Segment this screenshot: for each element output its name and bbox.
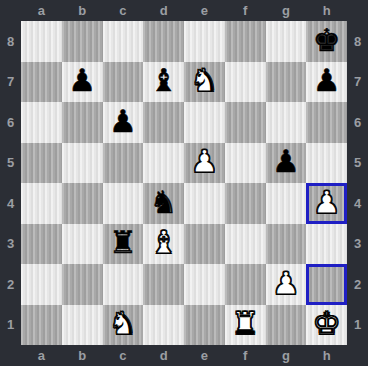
white-rook[interactable]: ♜	[231, 308, 259, 339]
rank-label-3: 3	[0, 224, 21, 265]
square-e4[interactable]	[184, 183, 225, 224]
square-f1[interactable]: ♜	[225, 305, 266, 346]
square-e3[interactable]	[184, 224, 225, 265]
file-labels-bottom: abcdefgh	[21, 345, 347, 366]
square-c3[interactable]: ♜	[103, 224, 144, 265]
black-knight[interactable]: ♞	[150, 187, 178, 218]
square-a2[interactable]	[21, 264, 62, 305]
square-f6[interactable]	[225, 102, 266, 143]
black-pawn[interactable]: ♟	[68, 65, 96, 96]
square-e1[interactable]	[184, 305, 225, 346]
file-labels-top: abcdefgh	[21, 0, 347, 21]
square-h2[interactable]	[306, 264, 347, 305]
square-c4[interactable]	[103, 183, 144, 224]
square-g3[interactable]	[266, 224, 307, 265]
rank-label-2: 2	[0, 264, 21, 305]
square-g6[interactable]	[266, 102, 307, 143]
file-label-c: c	[103, 345, 144, 366]
black-pawn[interactable]: ♟	[313, 65, 341, 96]
square-h8[interactable]: ♚	[306, 21, 347, 62]
rank-label-5: 5	[0, 143, 21, 184]
square-h3[interactable]	[306, 224, 347, 265]
white-pawn[interactable]: ♟	[190, 146, 218, 177]
square-b7[interactable]: ♟	[62, 62, 103, 103]
square-c1[interactable]: ♞	[103, 305, 144, 346]
white-bishop[interactable]: ♝	[150, 227, 178, 258]
rank-label-6: 6	[347, 102, 368, 143]
square-e6[interactable]	[184, 102, 225, 143]
file-label-f: f	[225, 0, 266, 21]
square-a3[interactable]	[21, 224, 62, 265]
rank-label-7: 7	[347, 62, 368, 103]
square-f5[interactable]	[225, 143, 266, 184]
square-d4[interactable]: ♞	[143, 183, 184, 224]
rank-label-3: 3	[347, 224, 368, 265]
square-c7[interactable]	[103, 62, 144, 103]
rank-labels-left: 87654321	[0, 21, 21, 345]
white-pawn[interactable]: ♟	[272, 268, 300, 299]
square-g4[interactable]	[266, 183, 307, 224]
square-f7[interactable]	[225, 62, 266, 103]
rank-label-1: 1	[347, 305, 368, 346]
file-label-e: e	[184, 345, 225, 366]
rank-label-5: 5	[347, 143, 368, 184]
square-e5[interactable]: ♟	[184, 143, 225, 184]
square-d3[interactable]: ♝	[143, 224, 184, 265]
square-g7[interactable]	[266, 62, 307, 103]
square-d7[interactable]: ♝	[143, 62, 184, 103]
white-pawn[interactable]: ♟	[313, 187, 341, 218]
file-label-f: f	[225, 345, 266, 366]
square-a8[interactable]	[21, 21, 62, 62]
square-g5[interactable]: ♟	[266, 143, 307, 184]
square-g8[interactable]	[266, 21, 307, 62]
file-label-d: d	[143, 0, 184, 21]
white-king[interactable]: ♚	[313, 308, 341, 339]
file-label-g: g	[266, 0, 307, 21]
file-label-b: b	[62, 345, 103, 366]
square-c5[interactable]	[103, 143, 144, 184]
black-king[interactable]: ♚	[313, 25, 341, 56]
rank-label-2: 2	[347, 264, 368, 305]
square-f8[interactable]	[225, 21, 266, 62]
square-b2[interactable]	[62, 264, 103, 305]
file-label-e: e	[184, 0, 225, 21]
black-rook[interactable]: ♜	[109, 227, 137, 258]
square-g1[interactable]	[266, 305, 307, 346]
square-f2[interactable]	[225, 264, 266, 305]
square-h4[interactable]: ♟	[306, 183, 347, 224]
square-h5[interactable]	[306, 143, 347, 184]
square-a4[interactable]	[21, 183, 62, 224]
rank-label-4: 4	[347, 183, 368, 224]
square-a7[interactable]	[21, 62, 62, 103]
square-d8[interactable]	[143, 21, 184, 62]
square-h6[interactable]	[306, 102, 347, 143]
file-label-g: g	[266, 345, 307, 366]
square-a1[interactable]	[21, 305, 62, 346]
square-g2[interactable]: ♟	[266, 264, 307, 305]
rank-label-8: 8	[347, 21, 368, 62]
black-bishop[interactable]: ♝	[150, 65, 178, 96]
rank-label-6: 6	[0, 102, 21, 143]
board-frame: abcdefgh 87654321 87654321 abcdefgh ♚♟♝♞…	[0, 0, 368, 366]
square-d2[interactable]	[143, 264, 184, 305]
square-b3[interactable]	[62, 224, 103, 265]
square-b4[interactable]	[62, 183, 103, 224]
square-b1[interactable]	[62, 305, 103, 346]
square-f4[interactable]	[225, 183, 266, 224]
square-f3[interactable]	[225, 224, 266, 265]
file-label-a: a	[21, 345, 62, 366]
file-label-h: h	[306, 345, 347, 366]
file-label-d: d	[143, 345, 184, 366]
square-c8[interactable]	[103, 21, 144, 62]
square-h1[interactable]: ♚	[306, 305, 347, 346]
square-b8[interactable]	[62, 21, 103, 62]
square-b6[interactable]	[62, 102, 103, 143]
square-b5[interactable]	[62, 143, 103, 184]
black-pawn[interactable]: ♟	[109, 106, 137, 137]
rank-label-8: 8	[0, 21, 21, 62]
square-c2[interactable]	[103, 264, 144, 305]
square-e7[interactable]: ♞	[184, 62, 225, 103]
file-label-c: c	[103, 0, 144, 21]
file-label-b: b	[62, 0, 103, 21]
square-a5[interactable]	[21, 143, 62, 184]
square-d6[interactable]	[143, 102, 184, 143]
square-d5[interactable]	[143, 143, 184, 184]
black-pawn[interactable]: ♟	[272, 146, 300, 177]
square-h7[interactable]: ♟	[306, 62, 347, 103]
square-d1[interactable]	[143, 305, 184, 346]
file-label-h: h	[306, 0, 347, 21]
square-e8[interactable]	[184, 21, 225, 62]
file-label-a: a	[21, 0, 62, 21]
rank-label-7: 7	[0, 62, 21, 103]
rank-label-1: 1	[0, 305, 21, 346]
square-e2[interactable]	[184, 264, 225, 305]
white-knight[interactable]: ♞	[109, 308, 137, 339]
rank-label-4: 4	[0, 183, 21, 224]
white-knight[interactable]: ♞	[190, 65, 218, 96]
square-a6[interactable]	[21, 102, 62, 143]
square-c6[interactable]: ♟	[103, 102, 144, 143]
rank-labels-right: 87654321	[347, 21, 368, 345]
chess-board: ♚♟♝♞♟♟♟♟♞♟♜♝♟♞♜♚	[21, 21, 347, 345]
